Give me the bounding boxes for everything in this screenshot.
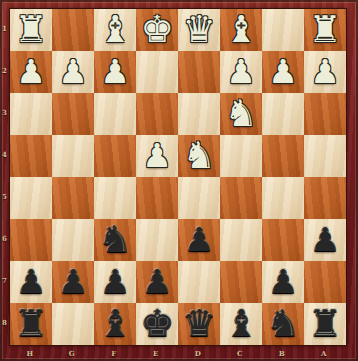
square-a1[interactable]: ♜ bbox=[304, 9, 346, 51]
square-f3[interactable] bbox=[94, 93, 136, 135]
square-f6[interactable]: ♞ bbox=[94, 219, 136, 261]
black-pawn-icon: ♟ bbox=[268, 265, 298, 298]
square-b4[interactable] bbox=[262, 135, 304, 177]
black-pawn-icon: ♟ bbox=[58, 265, 88, 298]
square-h8[interactable]: ♜ bbox=[10, 303, 52, 345]
white-queen-icon: ♛ bbox=[182, 11, 215, 48]
white-rook-icon: ♜ bbox=[14, 11, 47, 48]
square-b3[interactable] bbox=[262, 93, 304, 135]
rank-label-8: 8 bbox=[0, 302, 9, 344]
square-h1[interactable]: ♜ bbox=[10, 9, 52, 51]
square-g2[interactable]: ♟ bbox=[52, 51, 94, 93]
square-e4[interactable]: ♟ bbox=[136, 135, 178, 177]
square-c4[interactable] bbox=[220, 135, 262, 177]
square-g5[interactable] bbox=[52, 177, 94, 219]
square-e3[interactable] bbox=[136, 93, 178, 135]
file-label-h: H bbox=[9, 347, 51, 360]
file-label-g: G bbox=[51, 347, 93, 360]
file-label-c: C bbox=[219, 347, 261, 360]
square-d2[interactable] bbox=[178, 51, 220, 93]
black-bishop-icon: ♝ bbox=[224, 305, 257, 342]
square-d5[interactable] bbox=[178, 177, 220, 219]
square-c7[interactable] bbox=[220, 261, 262, 303]
square-e2[interactable] bbox=[136, 51, 178, 93]
white-rook-icon: ♜ bbox=[308, 11, 341, 48]
square-h6[interactable] bbox=[10, 219, 52, 261]
white-pawn-icon: ♟ bbox=[100, 55, 130, 88]
square-c3[interactable]: ♞ bbox=[220, 93, 262, 135]
file-label-b: B bbox=[261, 347, 303, 360]
square-a2[interactable]: ♟ bbox=[304, 51, 346, 93]
chess-board-window: ♜♝♚♛♝♜♟♟♟♟♟♟♞♟♞♞♟♟♟♟♟♟♟♜♝♚♛♝♞♜ 12345678H… bbox=[0, 0, 358, 361]
white-pawn-icon: ♟ bbox=[268, 55, 298, 88]
square-c8[interactable]: ♝ bbox=[220, 303, 262, 345]
white-bishop-icon: ♝ bbox=[224, 11, 257, 48]
square-d4[interactable]: ♞ bbox=[178, 135, 220, 177]
square-b5[interactable] bbox=[262, 177, 304, 219]
square-a5[interactable] bbox=[304, 177, 346, 219]
square-e1[interactable]: ♚ bbox=[136, 9, 178, 51]
black-pawn-icon: ♟ bbox=[184, 223, 214, 256]
square-g6[interactable] bbox=[52, 219, 94, 261]
black-pawn-icon: ♟ bbox=[100, 265, 130, 298]
black-king-icon: ♚ bbox=[140, 305, 173, 342]
white-pawn-icon: ♟ bbox=[310, 55, 340, 88]
square-a6[interactable]: ♟ bbox=[304, 219, 346, 261]
square-g1[interactable] bbox=[52, 9, 94, 51]
square-g4[interactable] bbox=[52, 135, 94, 177]
square-f5[interactable] bbox=[94, 177, 136, 219]
square-g8[interactable] bbox=[52, 303, 94, 345]
square-h3[interactable] bbox=[10, 93, 52, 135]
square-b6[interactable] bbox=[262, 219, 304, 261]
black-knight-icon: ♞ bbox=[266, 305, 299, 342]
white-knight-icon: ♞ bbox=[224, 95, 257, 132]
square-d6[interactable]: ♟ bbox=[178, 219, 220, 261]
black-rook-icon: ♜ bbox=[308, 305, 341, 342]
square-c2[interactable]: ♟ bbox=[220, 51, 262, 93]
square-f8[interactable]: ♝ bbox=[94, 303, 136, 345]
square-e5[interactable] bbox=[136, 177, 178, 219]
white-pawn-icon: ♟ bbox=[58, 55, 88, 88]
rank-label-4: 4 bbox=[0, 134, 9, 176]
square-h2[interactable]: ♟ bbox=[10, 51, 52, 93]
black-rook-icon: ♜ bbox=[14, 305, 47, 342]
white-pawn-icon: ♟ bbox=[226, 55, 256, 88]
black-pawn-icon: ♟ bbox=[142, 265, 172, 298]
white-pawn-icon: ♟ bbox=[142, 139, 172, 172]
square-c6[interactable] bbox=[220, 219, 262, 261]
square-a8[interactable]: ♜ bbox=[304, 303, 346, 345]
square-a3[interactable] bbox=[304, 93, 346, 135]
file-label-d: D bbox=[177, 347, 219, 360]
rank-label-2: 2 bbox=[0, 50, 9, 92]
square-d3[interactable] bbox=[178, 93, 220, 135]
square-f1[interactable]: ♝ bbox=[94, 9, 136, 51]
chess-board: ♜♝♚♛♝♜♟♟♟♟♟♟♞♟♞♞♟♟♟♟♟♟♟♜♝♚♛♝♞♜ bbox=[9, 8, 347, 346]
rank-label-7: 7 bbox=[0, 260, 9, 302]
black-pawn-icon: ♟ bbox=[16, 265, 46, 298]
white-knight-icon: ♞ bbox=[182, 137, 215, 174]
square-b1[interactable] bbox=[262, 9, 304, 51]
file-label-e: E bbox=[135, 347, 177, 360]
square-c1[interactable]: ♝ bbox=[220, 9, 262, 51]
rank-label-3: 3 bbox=[0, 92, 9, 134]
square-f7[interactable]: ♟ bbox=[94, 261, 136, 303]
square-b8[interactable]: ♞ bbox=[262, 303, 304, 345]
square-d8[interactable]: ♛ bbox=[178, 303, 220, 345]
file-label-a: A bbox=[303, 347, 345, 360]
square-f4[interactable] bbox=[94, 135, 136, 177]
square-e6[interactable] bbox=[136, 219, 178, 261]
white-bishop-icon: ♝ bbox=[98, 11, 131, 48]
square-e7[interactable]: ♟ bbox=[136, 261, 178, 303]
square-d7[interactable] bbox=[178, 261, 220, 303]
black-queen-icon: ♛ bbox=[182, 305, 215, 342]
square-a4[interactable] bbox=[304, 135, 346, 177]
rank-label-1: 1 bbox=[0, 8, 9, 50]
white-king-icon: ♚ bbox=[140, 11, 173, 48]
white-pawn-icon: ♟ bbox=[16, 55, 46, 88]
black-bishop-icon: ♝ bbox=[98, 305, 131, 342]
square-h7[interactable]: ♟ bbox=[10, 261, 52, 303]
rank-label-5: 5 bbox=[0, 176, 9, 218]
square-h4[interactable] bbox=[10, 135, 52, 177]
square-f2[interactable]: ♟ bbox=[94, 51, 136, 93]
rank-label-6: 6 bbox=[0, 218, 9, 260]
square-c5[interactable] bbox=[220, 177, 262, 219]
square-a7[interactable] bbox=[304, 261, 346, 303]
square-d1[interactable]: ♛ bbox=[178, 9, 220, 51]
square-b2[interactable]: ♟ bbox=[262, 51, 304, 93]
square-g7[interactable]: ♟ bbox=[52, 261, 94, 303]
file-label-f: F bbox=[93, 347, 135, 360]
square-g3[interactable] bbox=[52, 93, 94, 135]
square-h5[interactable] bbox=[10, 177, 52, 219]
black-pawn-icon: ♟ bbox=[310, 223, 340, 256]
square-b7[interactable]: ♟ bbox=[262, 261, 304, 303]
square-e8[interactable]: ♚ bbox=[136, 303, 178, 345]
black-knight-icon: ♞ bbox=[98, 221, 131, 258]
